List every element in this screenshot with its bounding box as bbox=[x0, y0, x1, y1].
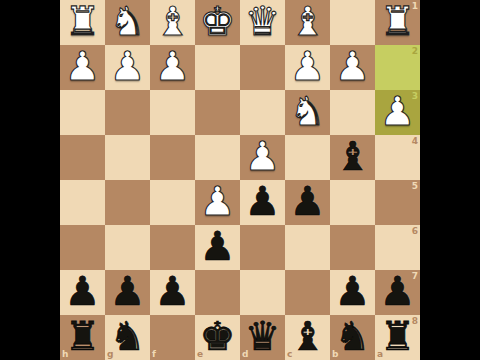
piece-black-pawn[interactable]: ♟ bbox=[290, 179, 326, 224]
square-d1[interactable]: ♛ bbox=[240, 0, 285, 45]
piece-white-bishop[interactable]: ♝ bbox=[155, 0, 191, 44]
piece-white-pawn[interactable]: ♟ bbox=[335, 44, 371, 89]
piece-black-queen[interactable]: ♛ bbox=[245, 314, 281, 359]
piece-black-knight[interactable]: ♞ bbox=[110, 314, 146, 359]
square-f8[interactable]: f bbox=[150, 315, 195, 360]
square-c4[interactable] bbox=[285, 135, 330, 180]
piece-white-pawn[interactable]: ♟ bbox=[200, 179, 236, 224]
square-g5[interactable] bbox=[105, 180, 150, 225]
square-e8[interactable]: ♚e bbox=[195, 315, 240, 360]
square-a5[interactable]: 5 bbox=[375, 180, 420, 225]
square-e6[interactable]: ♟ bbox=[195, 225, 240, 270]
square-g7[interactable]: ♟ bbox=[105, 270, 150, 315]
piece-white-queen[interactable]: ♛ bbox=[245, 0, 281, 44]
square-c8[interactable]: ♝c bbox=[285, 315, 330, 360]
square-c7[interactable] bbox=[285, 270, 330, 315]
letterbox-left bbox=[0, 0, 60, 360]
square-f7[interactable]: ♟ bbox=[150, 270, 195, 315]
square-a2[interactable]: 2 bbox=[375, 45, 420, 90]
piece-white-rook[interactable]: ♜ bbox=[380, 0, 416, 44]
file-label-f: f bbox=[152, 350, 156, 359]
piece-black-pawn[interactable]: ♟ bbox=[335, 269, 371, 314]
square-e5[interactable]: ♟ bbox=[195, 180, 240, 225]
piece-black-pawn[interactable]: ♟ bbox=[155, 269, 191, 314]
square-b8[interactable]: ♞b bbox=[330, 315, 375, 360]
square-b5[interactable] bbox=[330, 180, 375, 225]
square-b6[interactable] bbox=[330, 225, 375, 270]
square-a3[interactable]: ♟3 bbox=[375, 90, 420, 135]
piece-black-bishop[interactable]: ♝ bbox=[290, 314, 326, 359]
square-a7[interactable]: ♟7 bbox=[375, 270, 420, 315]
piece-white-pawn[interactable]: ♟ bbox=[65, 44, 101, 89]
square-b1[interactable] bbox=[330, 0, 375, 45]
square-b7[interactable]: ♟ bbox=[330, 270, 375, 315]
square-e7[interactable] bbox=[195, 270, 240, 315]
square-c1[interactable]: ♝ bbox=[285, 0, 330, 45]
square-d6[interactable] bbox=[240, 225, 285, 270]
square-c3[interactable]: ♞ bbox=[285, 90, 330, 135]
piece-white-pawn[interactable]: ♟ bbox=[155, 44, 191, 89]
square-f6[interactable] bbox=[150, 225, 195, 270]
square-b3[interactable] bbox=[330, 90, 375, 135]
square-a4[interactable]: 4 bbox=[375, 135, 420, 180]
square-a1[interactable]: ♜1 bbox=[375, 0, 420, 45]
piece-black-rook[interactable]: ♜ bbox=[65, 314, 101, 359]
piece-white-rook[interactable]: ♜ bbox=[65, 0, 101, 44]
square-g2[interactable]: ♟ bbox=[105, 45, 150, 90]
piece-white-pawn[interactable]: ♟ bbox=[290, 44, 326, 89]
square-e4[interactable] bbox=[195, 135, 240, 180]
square-b2[interactable]: ♟ bbox=[330, 45, 375, 90]
piece-black-pawn[interactable]: ♟ bbox=[200, 224, 236, 269]
square-h5[interactable] bbox=[60, 180, 105, 225]
square-f3[interactable] bbox=[150, 90, 195, 135]
piece-black-pawn[interactable]: ♟ bbox=[65, 269, 101, 314]
chess-board: ♜♞♝♚♛♝♜1♟♟♟♟♟2♞♟3♟♝4♟♟♟5♟6♟♟♟♟♟7♜h♞gf♚e♛… bbox=[60, 0, 420, 360]
rank-label-5: 5 bbox=[412, 182, 418, 191]
letterbox-right bbox=[420, 0, 480, 360]
square-d2[interactable] bbox=[240, 45, 285, 90]
square-c2[interactable]: ♟ bbox=[285, 45, 330, 90]
video-frame: ♜♞♝♚♛♝♜1♟♟♟♟♟2♞♟3♟♝4♟♟♟5♟6♟♟♟♟♟7♜h♞gf♚e♛… bbox=[0, 0, 480, 360]
square-h6[interactable] bbox=[60, 225, 105, 270]
square-g3[interactable] bbox=[105, 90, 150, 135]
piece-black-bishop[interactable]: ♝ bbox=[335, 134, 371, 179]
square-f2[interactable]: ♟ bbox=[150, 45, 195, 90]
square-h7[interactable]: ♟ bbox=[60, 270, 105, 315]
rank-label-6: 6 bbox=[412, 227, 418, 236]
piece-white-bishop[interactable]: ♝ bbox=[290, 0, 326, 44]
square-c6[interactable] bbox=[285, 225, 330, 270]
square-d8[interactable]: ♛d bbox=[240, 315, 285, 360]
square-e3[interactable] bbox=[195, 90, 240, 135]
piece-black-rook[interactable]: ♜ bbox=[380, 314, 416, 359]
piece-black-king[interactable]: ♚ bbox=[200, 314, 236, 359]
piece-black-pawn[interactable]: ♟ bbox=[380, 269, 416, 314]
square-g1[interactable]: ♞ bbox=[105, 0, 150, 45]
square-g8[interactable]: ♞g bbox=[105, 315, 150, 360]
square-d4[interactable]: ♟ bbox=[240, 135, 285, 180]
square-b4[interactable]: ♝ bbox=[330, 135, 375, 180]
square-a6[interactable]: 6 bbox=[375, 225, 420, 270]
piece-white-pawn[interactable]: ♟ bbox=[110, 44, 146, 89]
piece-black-pawn[interactable]: ♟ bbox=[245, 179, 281, 224]
piece-white-king[interactable]: ♚ bbox=[200, 0, 236, 44]
square-g6[interactable] bbox=[105, 225, 150, 270]
square-e1[interactable]: ♚ bbox=[195, 0, 240, 45]
piece-white-pawn[interactable]: ♟ bbox=[245, 134, 281, 179]
square-d7[interactable] bbox=[240, 270, 285, 315]
piece-black-knight[interactable]: ♞ bbox=[335, 314, 371, 359]
piece-white-knight[interactable]: ♞ bbox=[290, 89, 326, 134]
square-h2[interactable]: ♟ bbox=[60, 45, 105, 90]
square-g4[interactable] bbox=[105, 135, 150, 180]
square-h1[interactable]: ♜ bbox=[60, 0, 105, 45]
square-f5[interactable] bbox=[150, 180, 195, 225]
square-f4[interactable] bbox=[150, 135, 195, 180]
square-e2[interactable] bbox=[195, 45, 240, 90]
square-h8[interactable]: ♜h bbox=[60, 315, 105, 360]
rank-label-2: 2 bbox=[412, 47, 418, 56]
square-c5[interactable]: ♟ bbox=[285, 180, 330, 225]
piece-black-pawn[interactable]: ♟ bbox=[110, 269, 146, 314]
square-h4[interactable] bbox=[60, 135, 105, 180]
square-d5[interactable]: ♟ bbox=[240, 180, 285, 225]
rank-label-4: 4 bbox=[412, 137, 418, 146]
square-a8[interactable]: ♜8a bbox=[375, 315, 420, 360]
piece-white-knight[interactable]: ♞ bbox=[110, 0, 146, 44]
square-d3[interactable] bbox=[240, 90, 285, 135]
piece-white-pawn[interactable]: ♟ bbox=[380, 89, 416, 134]
square-f1[interactable]: ♝ bbox=[150, 0, 195, 45]
square-h3[interactable] bbox=[60, 90, 105, 135]
